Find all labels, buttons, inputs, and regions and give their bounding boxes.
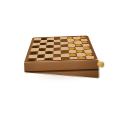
light-checker-piece: ● — [69, 53, 77, 57]
board-cell: ● — [74, 39, 81, 42]
board-cell — [53, 57, 61, 61]
light-checker-piece: ● — [85, 52, 94, 56]
board-cell: ● — [75, 44, 83, 47]
dark-checker-piece: ● — [40, 42, 47, 45]
product-photo: ●●●●●●●●●●●●●●●●●●●●●●●● — [0, 0, 120, 120]
light-checker-piece: ● — [67, 41, 74, 44]
board-cell: ● — [76, 50, 85, 53]
board-cell: ● — [36, 54, 45, 58]
board-front-edge — [24, 59, 99, 81]
travel-checkers-set: ●●●●●●●●●●●●●●●●●●●●●●●● — [0, 0, 120, 120]
light-checker-piece: ● — [75, 44, 82, 47]
dark-checker-piece: ● — [44, 57, 52, 61]
board-cell: ● — [79, 36, 86, 39]
light-checker-piece: ● — [83, 46, 91, 49]
board-cell: ● — [84, 53, 93, 57]
dark-checker-piece: ● — [41, 37, 47, 40]
light-checker-piece: ● — [68, 47, 75, 50]
board-cell: ● — [46, 45, 53, 48]
light-checker-piece: ● — [67, 37, 73, 40]
light-checker-piece: ● — [81, 41, 88, 44]
board-cell: ● — [45, 51, 53, 55]
dark-checker-piece: ● — [47, 40, 53, 43]
dark-checker-piece: ● — [37, 54, 45, 58]
board-cell — [36, 58, 45, 61]
board-cell: ● — [27, 58, 36, 61]
board-cell: ● — [81, 41, 89, 44]
dark-checker-piece: ● — [45, 51, 52, 55]
board-cell: ● — [68, 47, 76, 50]
board-cell: ● — [67, 37, 74, 40]
checkers-board: ●●●●●●●●●●●●●●●●●●●●●●●● — [27, 36, 94, 61]
fold-hinge-seam — [24, 68, 99, 72]
light-checker-piece: ● — [76, 49, 84, 52]
board-cell: ● — [82, 46, 90, 49]
light-checker-piece: ● — [74, 39, 81, 42]
board-cell: ● — [44, 57, 53, 60]
dark-checker-piece: ● — [46, 45, 53, 48]
board-top-surface: ●●●●●●●●●●●●●●●●●●●●●●●● — [24, 35, 98, 62]
board-cell: ● — [47, 40, 54, 43]
light-checker-piece: ● — [80, 36, 87, 38]
dark-checker-piece: ● — [38, 48, 45, 51]
board-cell: ● — [69, 53, 78, 57]
light-checker-piece: ● — [77, 56, 86, 60]
dark-checker-piece: ● — [27, 58, 36, 61]
board-cell: ● — [67, 41, 74, 44]
